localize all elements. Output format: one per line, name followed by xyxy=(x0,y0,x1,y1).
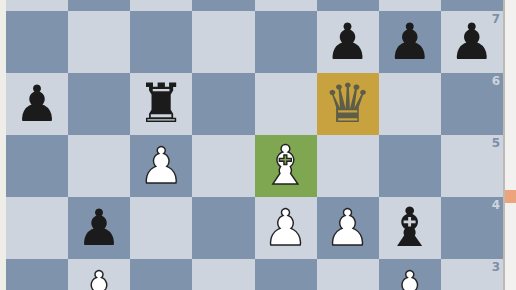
square-d5[interactable] xyxy=(192,135,254,197)
square-a5[interactable] xyxy=(6,135,68,197)
square-d4[interactable] xyxy=(192,197,254,259)
square-f4[interactable]: ♟ xyxy=(317,197,379,259)
black-king-partial[interactable]: ♚ xyxy=(379,0,441,11)
square-c7[interactable] xyxy=(130,11,192,73)
square-h6[interactable]: 6 xyxy=(441,73,503,135)
square-c4[interactable] xyxy=(130,197,192,259)
square-h3[interactable]: 3 xyxy=(441,259,503,290)
square-g7[interactable]: ♟ xyxy=(379,11,441,73)
square-e4[interactable]: ♟ xyxy=(255,197,317,259)
square-e3[interactable] xyxy=(255,259,317,290)
square-b7[interactable] xyxy=(68,11,130,73)
square-h7[interactable]: 7♟ xyxy=(441,11,503,73)
square-b6[interactable] xyxy=(68,73,130,135)
square-a7[interactable] xyxy=(6,11,68,73)
square-g5[interactable] xyxy=(379,135,441,197)
black-knight-partial[interactable]: ♞ xyxy=(192,0,254,11)
square-b5[interactable] xyxy=(68,135,130,197)
rank-label-5: 5 xyxy=(492,136,500,150)
rank-label-4: 4 xyxy=(492,198,500,212)
square-h5[interactable]: 5 xyxy=(441,135,503,197)
black-pawn[interactable]: ♟ xyxy=(68,197,130,259)
chess-board: ♜♞♚♟♟7♟♟♜♛6♟♝5♟♟♟♝4♟♟3 xyxy=(6,0,503,290)
square-a4[interactable] xyxy=(6,197,68,259)
white-pawn[interactable]: ♟ xyxy=(130,135,192,197)
square-g4[interactable]: ♝ xyxy=(379,197,441,259)
square-e8[interactable] xyxy=(255,0,317,11)
square-c6[interactable]: ♜ xyxy=(130,73,192,135)
square-f8[interactable] xyxy=(317,0,379,11)
square-h8[interactable] xyxy=(441,0,503,11)
square-f3[interactable] xyxy=(317,259,379,290)
black-pawn[interactable]: ♟ xyxy=(6,73,68,135)
black-queen[interactable]: ♛ xyxy=(317,73,379,135)
black-pawn[interactable]: ♟ xyxy=(379,11,441,73)
square-e6[interactable] xyxy=(255,73,317,135)
white-bishop[interactable]: ♝ xyxy=(255,135,317,197)
square-d8[interactable]: ♞ xyxy=(192,0,254,11)
rank-label-6: 6 xyxy=(492,74,500,88)
square-a6[interactable]: ♟ xyxy=(6,73,68,135)
square-d6[interactable] xyxy=(192,73,254,135)
square-e7[interactable] xyxy=(255,11,317,73)
square-a3[interactable] xyxy=(6,259,68,290)
rank-label-3: 3 xyxy=(492,260,500,274)
square-a8[interactable] xyxy=(6,0,68,11)
black-pawn[interactable]: ♟ xyxy=(317,11,379,73)
rank-label-7: 7 xyxy=(492,12,500,26)
right-sidebar xyxy=(503,0,516,290)
white-pawn[interactable]: ♟ xyxy=(317,197,379,259)
square-g3[interactable]: ♟ xyxy=(379,259,441,290)
square-b4[interactable]: ♟ xyxy=(68,197,130,259)
square-c5[interactable]: ♟ xyxy=(130,135,192,197)
square-f7[interactable]: ♟ xyxy=(317,11,379,73)
square-c3[interactable] xyxy=(130,259,192,290)
square-g6[interactable] xyxy=(379,73,441,135)
square-g8[interactable]: ♚ xyxy=(379,0,441,11)
chess-app-viewport: ♜♞♚♟♟7♟♟♜♛6♟♝5♟♟♟♝4♟♟3 xyxy=(0,0,516,290)
white-pawn-partial[interactable]: ♟ xyxy=(68,259,130,290)
black-rook-partial[interactable]: ♜ xyxy=(68,0,130,11)
square-f5[interactable] xyxy=(317,135,379,197)
black-rook[interactable]: ♜ xyxy=(130,73,192,135)
black-bishop[interactable]: ♝ xyxy=(379,197,441,259)
square-d3[interactable] xyxy=(192,259,254,290)
white-pawn-partial[interactable]: ♟ xyxy=(379,259,441,290)
square-c8[interactable] xyxy=(130,0,192,11)
square-b3[interactable]: ♟ xyxy=(68,259,130,290)
sidebar-scroll-marker[interactable] xyxy=(505,190,516,203)
square-h4[interactable]: 4 xyxy=(441,197,503,259)
square-f6[interactable]: ♛ xyxy=(317,73,379,135)
square-e5[interactable]: ♝ xyxy=(255,135,317,197)
square-d7[interactable] xyxy=(192,11,254,73)
white-pawn[interactable]: ♟ xyxy=(255,197,317,259)
square-b8[interactable]: ♜ xyxy=(68,0,130,11)
